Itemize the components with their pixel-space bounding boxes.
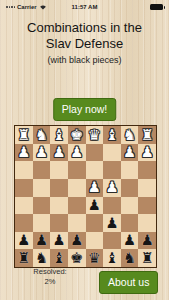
- white-pawn: ♟: [53, 145, 66, 160]
- resolved-label: Resolved:: [18, 267, 82, 277]
- square-e5[interactable]: [68, 197, 86, 215]
- white-pawn: ♟: [17, 145, 30, 160]
- square-d7[interactable]: [86, 232, 104, 250]
- square-g2[interactable]: ♟: [33, 144, 51, 162]
- square-d3[interactable]: [86, 161, 104, 179]
- square-f3[interactable]: [50, 161, 68, 179]
- square-e8[interactable]: ♚: [68, 249, 86, 267]
- square-b8[interactable]: ♞: [121, 249, 139, 267]
- cell-signal-icon: [6, 6, 15, 8]
- square-c5[interactable]: [103, 197, 121, 215]
- resolved-stat: Resolved: 2%: [18, 267, 82, 286]
- square-a6[interactable]: [138, 214, 156, 232]
- black-queen: ♛: [88, 250, 101, 265]
- black-pawn: ♟: [53, 233, 66, 248]
- square-a2[interactable]: ♟: [138, 144, 156, 162]
- white-pawn: ♟: [88, 180, 101, 195]
- square-d1[interactable]: ♛: [86, 126, 104, 144]
- square-d8[interactable]: ♛: [86, 249, 104, 267]
- square-g6[interactable]: [33, 214, 51, 232]
- white-pawn: ♟: [123, 145, 136, 160]
- square-c4[interactable]: ♟: [103, 179, 121, 197]
- white-rook: ♜: [141, 127, 154, 142]
- square-a3[interactable]: [138, 161, 156, 179]
- black-pawn: ♟: [70, 233, 83, 248]
- square-f5[interactable]: [50, 197, 68, 215]
- black-pawn: ♟: [35, 233, 48, 248]
- status-bar: 11:57 AM Carrier: [0, 0, 169, 12]
- square-c2[interactable]: [103, 144, 121, 162]
- resolved-value: 2%: [18, 277, 82, 287]
- square-e7[interactable]: ♟: [68, 232, 86, 250]
- white-bishop: ♝: [53, 127, 66, 142]
- square-b2[interactable]: ♟: [121, 144, 139, 162]
- square-e1[interactable]: ♚: [68, 126, 86, 144]
- square-d4[interactable]: ♟: [86, 179, 104, 197]
- square-h8[interactable]: ♜: [15, 249, 33, 267]
- square-h3[interactable]: [15, 161, 33, 179]
- square-c6[interactable]: ♟: [103, 214, 121, 232]
- battery-icon: [150, 4, 163, 10]
- about-us-button[interactable]: About us: [99, 271, 158, 294]
- page-title: Combinations in the Slav Defense: [0, 20, 169, 51]
- black-knight: ♞: [123, 250, 136, 265]
- square-e3[interactable]: [68, 161, 86, 179]
- page-subtitle: (with black pieces): [0, 55, 169, 65]
- square-f1[interactable]: ♝: [50, 126, 68, 144]
- square-g1[interactable]: ♞: [33, 126, 51, 144]
- black-bishop: ♝: [53, 250, 66, 265]
- square-c1[interactable]: ♝: [103, 126, 121, 144]
- square-b1[interactable]: ♞: [121, 126, 139, 144]
- square-g7[interactable]: ♟: [33, 232, 51, 250]
- black-bishop: ♝: [105, 250, 118, 265]
- square-e4[interactable]: [68, 179, 86, 197]
- wifi-icon: [39, 4, 47, 10]
- app-screen: 11:57 AM Carrier Combinations in the Sla…: [0, 0, 169, 300]
- square-e6[interactable]: [68, 214, 86, 232]
- page-title-line2: Slav Defense: [0, 36, 169, 52]
- white-pawn: ♟: [70, 145, 83, 160]
- square-g4[interactable]: [33, 179, 51, 197]
- square-b6[interactable]: [121, 214, 139, 232]
- white-pawn: ♟: [35, 145, 48, 160]
- white-pawn: ♟: [105, 180, 118, 195]
- square-g8[interactable]: ♞: [33, 249, 51, 267]
- square-c7[interactable]: [103, 232, 121, 250]
- square-f8[interactable]: ♝: [50, 249, 68, 267]
- black-king: ♚: [70, 250, 83, 265]
- chess-board: ♜♞♝♚♛♝♞♜♟♟♟♟♟♟♟♟♟♟♟♟♟♟♟♟♜♞♝♚♛♝♞♜: [14, 125, 157, 268]
- white-knight: ♞: [123, 127, 136, 142]
- square-a5[interactable]: [138, 197, 156, 215]
- white-knight: ♞: [35, 127, 48, 142]
- square-b4[interactable]: [121, 179, 139, 197]
- square-h6[interactable]: [15, 214, 33, 232]
- square-a4[interactable]: [138, 179, 156, 197]
- white-king: ♚: [70, 127, 83, 142]
- square-f2[interactable]: ♟: [50, 144, 68, 162]
- white-rook: ♜: [17, 127, 30, 142]
- square-d2[interactable]: [86, 144, 104, 162]
- square-a1[interactable]: ♜: [138, 126, 156, 144]
- square-c3[interactable]: [103, 161, 121, 179]
- white-pawn: ♟: [141, 145, 154, 160]
- square-a7[interactable]: ♟: [138, 232, 156, 250]
- white-bishop: ♝: [105, 127, 118, 142]
- square-g3[interactable]: [33, 161, 51, 179]
- square-f4[interactable]: [50, 179, 68, 197]
- square-e2[interactable]: ♟: [68, 144, 86, 162]
- carrier-label: Carrier: [17, 4, 37, 10]
- black-pawn: ♟: [141, 233, 154, 248]
- square-b7[interactable]: ♟: [121, 232, 139, 250]
- white-queen: ♛: [88, 127, 101, 142]
- square-d6[interactable]: [86, 214, 104, 232]
- square-d5[interactable]: ♟: [86, 197, 104, 215]
- square-a8[interactable]: ♜: [138, 249, 156, 267]
- square-h5[interactable]: [15, 197, 33, 215]
- black-pawn: ♟: [88, 198, 101, 213]
- square-b5[interactable]: [121, 197, 139, 215]
- black-pawn: ♟: [17, 233, 30, 248]
- square-h4[interactable]: [15, 179, 33, 197]
- black-knight: ♞: [35, 250, 48, 265]
- square-b3[interactable]: [121, 161, 139, 179]
- black-rook: ♜: [17, 250, 30, 265]
- play-now-button[interactable]: Play now!: [53, 98, 117, 121]
- square-g5[interactable]: [33, 197, 51, 215]
- square-f7[interactable]: ♟: [50, 232, 68, 250]
- square-h7[interactable]: ♟: [15, 232, 33, 250]
- square-c8[interactable]: ♝: [103, 249, 121, 267]
- square-h2[interactable]: ♟: [15, 144, 33, 162]
- square-h1[interactable]: ♜: [15, 126, 33, 144]
- square-f6[interactable]: [50, 214, 68, 232]
- black-rook: ♜: [141, 250, 154, 265]
- black-pawn: ♟: [123, 233, 136, 248]
- black-pawn: ♟: [105, 215, 118, 230]
- page-title-line1: Combinations in the: [0, 20, 169, 36]
